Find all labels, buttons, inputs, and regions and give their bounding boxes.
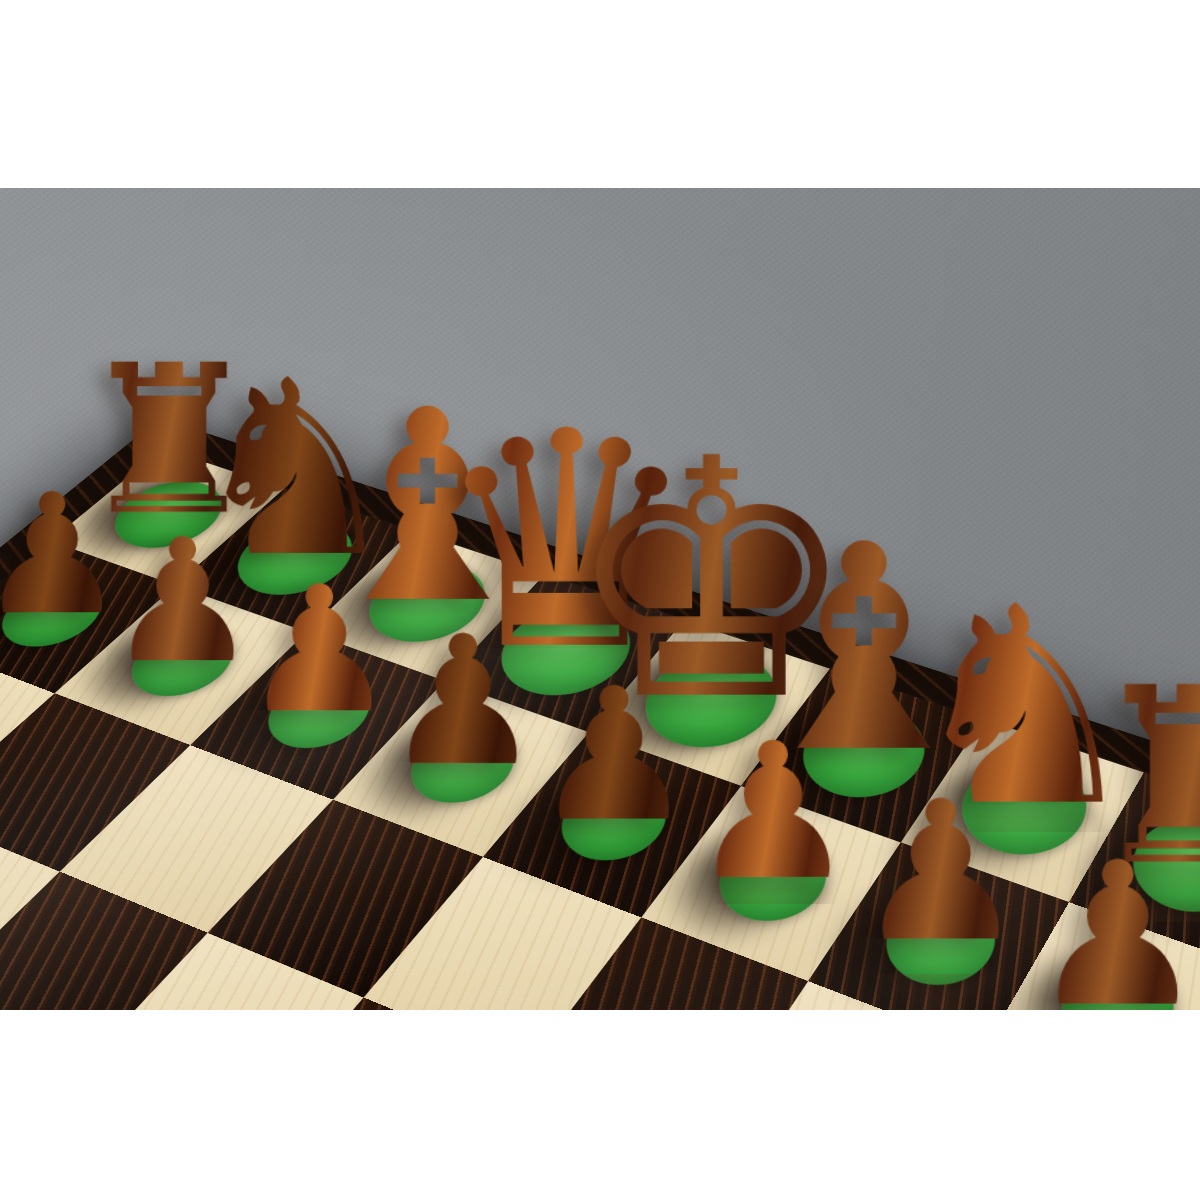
piece-e2-pawn[interactable]: ♟ (532, 668, 696, 842)
photo-scene: ♜♜♞♞♝♝♛♛♚♚♝♝♞♞♜♜♟♟♟♟♟♟♟♟♟♟♟♟♟♟♟♟ (0, 188, 1200, 1010)
piece-d2-pawn[interactable]: ♟ (383, 616, 543, 786)
piece-h2-pawn[interactable]: ♟ (1029, 840, 1200, 1010)
piece-f2-pawn[interactable]: ♟ (689, 722, 858, 901)
piece-b2-pawn[interactable]: ♟ (106, 520, 259, 682)
chess-board: ♜♜♞♞♝♝♛♛♚♚♝♝♞♞♜♜♟♟♟♟♟♟♟♟♟♟♟♟♟♟♟♟ (0, 418, 1200, 1010)
matte-top (0, 0, 1200, 188)
piece-g2-pawn[interactable]: ♟ (854, 779, 1027, 963)
piece-c2-pawn[interactable]: ♟ (241, 567, 397, 733)
board-squares: ♜♜♞♞♝♝♛♛♚♚♝♝♞♞♜♜♟♟♟♟♟♟♟♟♟♟♟♟♟♟♟♟ (0, 448, 1200, 1010)
matte-bottom (0, 1010, 1200, 1200)
perspective-scene: ♜♜♞♞♝♝♛♛♚♚♝♝♞♞♜♜♟♟♟♟♟♟♟♟♟♟♟♟♟♟♟♟ (0, 188, 1200, 1010)
product-photo-canvas: ♜♜♞♞♝♝♛♛♚♚♝♝♞♞♜♜♟♟♟♟♟♟♟♟♟♟♟♟♟♟♟♟ (0, 0, 1200, 1200)
